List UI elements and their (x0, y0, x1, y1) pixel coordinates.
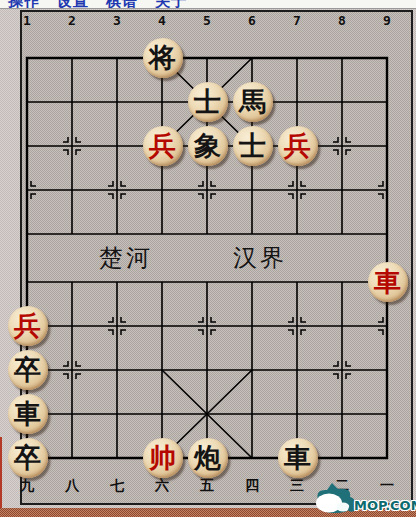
piece-士-black[interactable]: 士 (188, 82, 228, 122)
file-label-bottom: 五 (196, 477, 218, 495)
file-label-bottom: 九 (16, 477, 38, 495)
window-edge-artifact (0, 437, 2, 517)
mop-watermark-text: MOP.COM (354, 498, 416, 513)
piece-車-black[interactable]: 車 (278, 438, 318, 478)
piece-車-black[interactable]: 車 (8, 394, 48, 434)
file-label-bottom: 三 (286, 477, 308, 495)
file-label-top: 1 (17, 13, 37, 28)
mop-watermark: MOP.COM (308, 479, 416, 517)
board-grid[interactable]: 将士馬兵象士兵車兵卒車卒帅炮車 (5, 36, 410, 480)
piece-馬-black[interactable]: 馬 (233, 82, 273, 122)
file-label-top: 4 (152, 13, 172, 28)
piece-兵-red[interactable]: 兵 (143, 126, 183, 166)
file-label-bottom: 四 (241, 477, 263, 495)
file-label-top: 5 (197, 13, 217, 28)
top-file-labels: 123456789 (22, 13, 411, 27)
file-label-top: 8 (332, 13, 352, 28)
xiangqi-app-window: 操作 设置 棋谱 关于 123456789 楚河 汉界 将士馬兵象士兵車兵卒車卒… (0, 0, 416, 517)
piece-炮-black[interactable]: 炮 (188, 438, 228, 478)
piece-卒-black[interactable]: 卒 (8, 350, 48, 390)
file-label-top: 9 (377, 13, 397, 28)
file-label-bottom: 七 (106, 477, 128, 495)
board-panel: 123456789 楚河 汉界 将士馬兵象士兵車兵卒車卒帅炮車 九八七六五四三二… (20, 10, 413, 505)
piece-士-black[interactable]: 士 (233, 126, 273, 166)
piece-兵-red[interactable]: 兵 (278, 126, 318, 166)
piece-象-black[interactable]: 象 (188, 126, 228, 166)
piece-卒-black[interactable]: 卒 (8, 438, 48, 478)
mop-mascot-icon (312, 480, 360, 516)
file-label-bottom: 六 (151, 477, 173, 495)
file-label-top: 7 (287, 13, 307, 28)
file-label-bottom: 八 (61, 477, 83, 495)
file-label-top: 6 (242, 13, 262, 28)
piece-帅-red[interactable]: 帅 (143, 438, 183, 478)
piece-将-black[interactable]: 将 (143, 38, 183, 78)
file-label-top: 2 (62, 13, 82, 28)
file-label-top: 3 (107, 13, 127, 28)
piece-兵-red[interactable]: 兵 (8, 306, 48, 346)
menu-bar: 操作 设置 棋谱 关于 (0, 0, 416, 9)
piece-車-red[interactable]: 車 (368, 262, 408, 302)
